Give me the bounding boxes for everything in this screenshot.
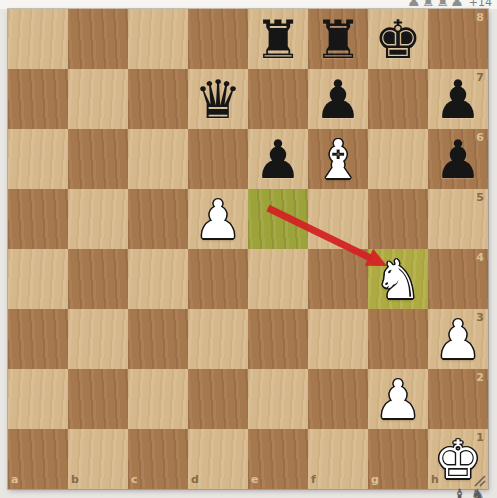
square-a3[interactable]	[8, 309, 68, 369]
square-h5[interactable]	[428, 189, 488, 249]
square-g3[interactable]	[368, 309, 428, 369]
square-g7[interactable]	[368, 69, 428, 129]
captured-knight-icon: ♞	[470, 487, 485, 498]
square-c8[interactable]	[128, 9, 188, 69]
black-rook[interactable]: ♜	[248, 9, 308, 69]
captured-pieces-top: ♟♜♜♟+14	[407, 0, 492, 9]
white-pawn[interactable]: ♟	[368, 369, 428, 429]
captured-bishop-icon: ♝	[452, 487, 467, 498]
square-d4[interactable]	[188, 249, 248, 309]
square-c3[interactable]	[128, 309, 188, 369]
square-h2[interactable]	[428, 369, 488, 429]
white-pawn[interactable]: ♟	[428, 309, 488, 369]
square-d7[interactable]: ♛	[188, 69, 248, 129]
square-f7[interactable]: ♟	[308, 69, 368, 129]
square-d6[interactable]	[188, 129, 248, 189]
square-f1[interactable]	[308, 429, 368, 489]
square-a5[interactable]	[8, 189, 68, 249]
square-a8[interactable]	[8, 9, 68, 69]
square-g8[interactable]: ♚	[368, 9, 428, 69]
square-e8[interactable]: ♜	[248, 9, 308, 69]
square-d2[interactable]	[188, 369, 248, 429]
square-g5[interactable]	[368, 189, 428, 249]
square-h4[interactable]	[428, 249, 488, 309]
white-pawn[interactable]: ♟	[188, 189, 248, 249]
square-g4[interactable]: ♞	[368, 249, 428, 309]
square-c7[interactable]	[128, 69, 188, 129]
square-h6[interactable]: ♟	[428, 129, 488, 189]
square-d5[interactable]: ♟	[188, 189, 248, 249]
square-e1[interactable]	[248, 429, 308, 489]
square-b3[interactable]	[68, 309, 128, 369]
square-f8[interactable]: ♜	[308, 9, 368, 69]
square-a6[interactable]	[8, 129, 68, 189]
chess-board[interactable]: ♜♜♚♛♟♟♟♝♟♟♞♟♟♚abcdefgh12345678	[8, 9, 488, 489]
square-b2[interactable]	[68, 369, 128, 429]
square-c1[interactable]	[128, 429, 188, 489]
square-g1[interactable]	[368, 429, 428, 489]
white-knight[interactable]: ♞	[368, 249, 428, 309]
captured-rook-icon: ♜	[421, 0, 434, 9]
square-e7[interactable]	[248, 69, 308, 129]
square-b1[interactable]	[68, 429, 128, 489]
square-d1[interactable]	[188, 429, 248, 489]
black-pawn[interactable]: ♟	[308, 69, 368, 129]
square-f2[interactable]	[308, 369, 368, 429]
material-score: +14	[469, 0, 492, 9]
square-c4[interactable]	[128, 249, 188, 309]
square-b6[interactable]	[68, 129, 128, 189]
square-e5[interactable]	[248, 189, 308, 249]
square-c6[interactable]	[128, 129, 188, 189]
captured-pawn-icon: ♟	[407, 0, 420, 9]
square-d8[interactable]	[188, 9, 248, 69]
square-f3[interactable]	[308, 309, 368, 369]
black-pawn[interactable]: ♟	[428, 129, 488, 189]
square-c5[interactable]	[128, 189, 188, 249]
square-f6[interactable]: ♝	[308, 129, 368, 189]
square-b5[interactable]	[68, 189, 128, 249]
black-king[interactable]: ♚	[368, 9, 428, 69]
square-b4[interactable]	[68, 249, 128, 309]
square-a4[interactable]	[8, 249, 68, 309]
square-e2[interactable]	[248, 369, 308, 429]
white-bishop[interactable]: ♝	[308, 129, 368, 189]
square-f5[interactable]	[308, 189, 368, 249]
black-pawn[interactable]: ♟	[428, 69, 488, 129]
square-h7[interactable]: ♟	[428, 69, 488, 129]
black-rook[interactable]: ♜	[308, 9, 368, 69]
square-e6[interactable]: ♟	[248, 129, 308, 189]
square-a1[interactable]	[8, 429, 68, 489]
captured-pieces-bottom: ♝♞	[452, 487, 486, 498]
analysis-board-page: ♟♜♜♟+14 ♜♜♚♛♟♟♟♝♟♟♞♟♟♚abcdefgh12345678 ♝…	[0, 0, 497, 498]
square-b8[interactable]	[68, 9, 128, 69]
square-b7[interactable]	[68, 69, 128, 129]
captured-pawn-icon: ♟	[450, 0, 463, 9]
square-g2[interactable]: ♟	[368, 369, 428, 429]
square-a2[interactable]	[8, 369, 68, 429]
square-h8[interactable]	[428, 9, 488, 69]
square-c2[interactable]	[128, 369, 188, 429]
square-f4[interactable]	[308, 249, 368, 309]
square-e3[interactable]	[248, 309, 308, 369]
black-queen[interactable]: ♛	[188, 69, 248, 129]
captured-rook-icon: ♜	[436, 0, 449, 9]
square-h3[interactable]: ♟	[428, 309, 488, 369]
square-a7[interactable]	[8, 69, 68, 129]
square-e4[interactable]	[248, 249, 308, 309]
black-pawn[interactable]: ♟	[248, 129, 308, 189]
square-d3[interactable]	[188, 309, 248, 369]
square-g6[interactable]	[368, 129, 428, 189]
